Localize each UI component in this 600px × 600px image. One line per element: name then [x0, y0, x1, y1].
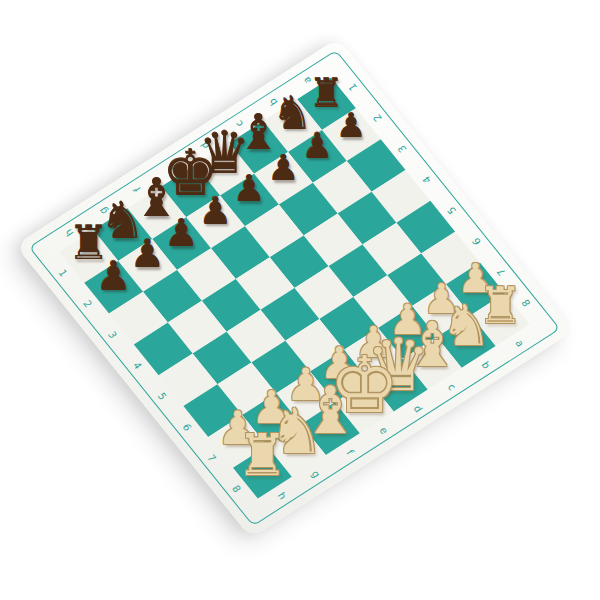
dark-pawn-f2[interactable]: ♟: [164, 214, 198, 252]
chess-set-photo: 1122334455667788aabbccddeeffgghh ♜♞♝♛♚♝♞…: [0, 0, 600, 600]
dark-pawn-a2[interactable]: ♟: [336, 108, 367, 142]
dark-pawn-c2[interactable]: ♟: [267, 150, 299, 186]
dark-pawn-h2[interactable]: ♟: [96, 256, 132, 296]
light-rook-h8[interactable]: ♜: [237, 427, 289, 485]
dark-pawn-b2[interactable]: ♟: [302, 129, 333, 164]
dark-pawn-g2[interactable]: ♟: [130, 235, 165, 274]
dark-pawn-e2[interactable]: ♟: [199, 193, 233, 231]
dark-pawn-d2[interactable]: ♟: [233, 171, 266, 208]
